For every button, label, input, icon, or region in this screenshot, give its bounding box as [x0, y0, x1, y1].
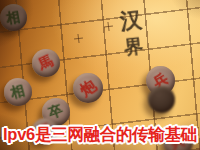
xiangqi-piece-green-elephant: 相	[4, 78, 32, 106]
star-point-icon	[103, 21, 113, 31]
caption-text: Ipv6是三网融合的传输基础	[0, 119, 200, 150]
xiangqi-piece-red-cannon: 炮	[73, 73, 103, 103]
xiangqi-piece-out-of-focus	[148, 86, 175, 113]
piece-character: 相	[0, 2, 29, 33]
river-label-jie: 界	[123, 33, 145, 61]
xiangqi-piece-red-horse: 馬	[32, 49, 60, 77]
star-point-icon	[73, 33, 83, 43]
piece-character	[148, 86, 175, 113]
xiangqi-photo-thumbnail[interactable]: 汉 界 相 馬 相 炮 兵 卒 兵 兵 Ipv6是三网融合的传输基础	[0, 0, 200, 150]
xiangqi-piece-green-elephant: 相	[0, 4, 27, 31]
